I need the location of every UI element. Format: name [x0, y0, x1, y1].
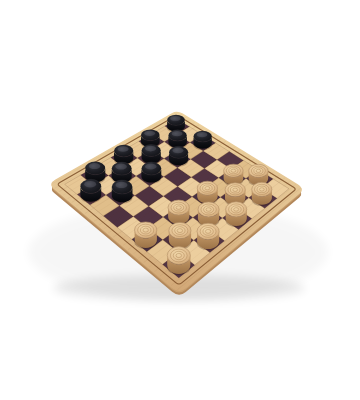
- checker-wood[interactable]: [134, 222, 157, 249]
- checker-wood[interactable]: [251, 182, 272, 206]
- checker-wood[interactable]: [168, 200, 190, 225]
- checker-wood[interactable]: [167, 247, 191, 276]
- checker-wood[interactable]: [225, 202, 247, 227]
- checker-wood[interactable]: [197, 223, 220, 250]
- checkers-board-photo: [0, 0, 360, 400]
- checker-black[interactable]: [111, 180, 132, 204]
- product-photo-scene: [0, 0, 360, 400]
- checker-black[interactable]: [169, 146, 189, 166]
- checker-wood[interactable]: [197, 181, 218, 204]
- checker-black[interactable]: [80, 179, 101, 203]
- checker-wood[interactable]: [168, 222, 191, 249]
- checker-black[interactable]: [141, 162, 161, 184]
- checker-black[interactable]: [193, 131, 212, 150]
